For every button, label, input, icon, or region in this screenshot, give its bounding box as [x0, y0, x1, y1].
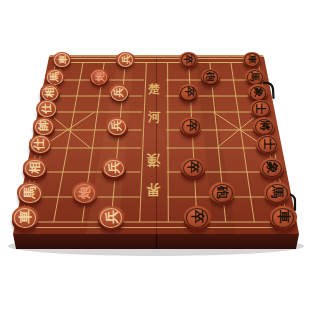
piece-character: 馬	[20, 179, 40, 205]
piece-red-cannon[interactable]: 炮	[90, 69, 109, 88]
piece-character: 卒	[186, 204, 207, 231]
piece-character: 卒	[181, 50, 196, 69]
piece-red-soldier[interactable]: 兵	[106, 117, 128, 138]
piece-black-soldier[interactable]: 卒	[184, 206, 211, 232]
piece-black-soldier[interactable]: 卒	[181, 158, 205, 181]
product-photo-stage: 楚河漢界 車 兵 車 卒 馬 炮 馬 砲 相 兵 象 卒 仕 士 帥 兵 將 卒…	[0, 0, 310, 310]
piece-character: 兵	[100, 204, 121, 231]
piece-character: 相	[25, 155, 44, 179]
piece-character: 馬	[267, 179, 287, 205]
pieces-layer: 車 兵 車 卒 馬 炮 馬 砲 相 兵 象 卒 仕 士 帥 兵 將 卒 仕 士 …	[0, 0, 310, 310]
piece-red-soldier[interactable]: 兵	[102, 158, 126, 181]
piece-black-back[interactable]: 車	[270, 206, 297, 232]
piece-red-soldier[interactable]: 兵	[116, 52, 135, 70]
piece-character: 砲	[203, 67, 219, 86]
piece-character: 卒	[182, 115, 200, 137]
piece-character: 車	[55, 50, 70, 69]
piece-black-soldier[interactable]: 卒	[179, 52, 198, 70]
piece-character: 象	[262, 155, 281, 179]
piece-character: 兵	[104, 155, 123, 179]
piece-character: 車	[14, 204, 35, 231]
piece-black-cannon[interactable]: 砲	[209, 182, 235, 206]
piece-black-cannon[interactable]: 砲	[201, 69, 220, 88]
piece-red-back[interactable]: 車	[12, 206, 39, 232]
piece-black-back[interactable]: 士	[256, 135, 279, 157]
piece-character: 兵	[118, 50, 133, 69]
piece-black-back[interactable]: 象	[260, 158, 284, 181]
piece-character: 卒	[183, 155, 202, 179]
piece-character: 士	[258, 132, 276, 155]
piece-character: 炮	[92, 67, 108, 86]
piece-red-soldier[interactable]: 兵	[98, 206, 125, 232]
piece-black-soldier[interactable]: 卒	[180, 117, 202, 138]
piece-character: 砲	[212, 179, 232, 205]
piece-red-back[interactable]: 仕	[29, 135, 52, 157]
piece-red-soldier[interactable]: 兵	[109, 84, 129, 103]
piece-red-back[interactable]: 相	[23, 158, 47, 181]
piece-character: 兵	[109, 115, 127, 137]
piece-black-soldier[interactable]: 卒	[179, 84, 199, 103]
piece-character: 車	[272, 204, 293, 231]
piece-character: 炮	[75, 179, 95, 205]
piece-character: 車	[245, 50, 260, 69]
piece-character: 卒	[181, 82, 197, 102]
piece-character: 仕	[31, 132, 49, 155]
piece-character: 兵	[111, 82, 127, 102]
piece-red-cannon[interactable]: 炮	[72, 182, 98, 206]
